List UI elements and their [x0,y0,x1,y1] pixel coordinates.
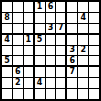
cell-r4c1-given-4[interactable]: 4 [2,35,12,45]
cell-r7c9-empty[interactable] [89,67,99,77]
cell-r2c1-given-8[interactable]: 8 [2,13,12,23]
cell-r1c2-empty[interactable] [13,2,23,12]
cell-r2c7-empty[interactable] [67,13,77,23]
cell-r8c5-empty[interactable] [46,78,56,88]
cell-r7c6-empty[interactable] [56,67,66,77]
cell-r9c8-empty[interactable] [78,89,88,99]
cell-r8c7-empty[interactable] [67,78,77,88]
cell-r5c3-empty[interactable] [24,46,34,56]
cell-r4c4-given-5[interactable]: 5 [35,35,45,45]
cell-r4c6-empty[interactable] [56,35,66,45]
cell-r2c4-empty[interactable] [35,13,45,23]
cell-r9c3-empty[interactable] [24,89,34,99]
cell-r2c9-empty[interactable] [89,13,99,23]
cell-r2c5-empty[interactable] [46,13,56,23]
cell-r4c9-empty[interactable] [89,35,99,45]
cell-r9c4-empty[interactable] [35,89,45,99]
cell-r9c7-empty[interactable] [67,89,77,99]
cell-r1c6-empty[interactable] [56,2,66,12]
cell-r1c3-empty[interactable] [24,2,34,12]
cell-r3c1-empty[interactable] [2,24,12,34]
cell-r7c7-given-7[interactable]: 7 [67,67,77,77]
cell-r7c4-empty[interactable] [35,67,45,77]
cell-r3c8-empty[interactable] [78,24,88,34]
cell-r6c7-given-6[interactable]: 6 [67,56,77,66]
cell-r6c3-empty[interactable] [24,56,34,66]
cell-r7c3-empty[interactable] [24,67,34,77]
cell-r4c3-given-1[interactable]: 1 [24,35,34,45]
cell-r6c8-empty[interactable] [78,56,88,66]
cell-r9c6-empty[interactable] [56,89,66,99]
cell-r7c8-empty[interactable] [78,67,88,77]
cell-r3c9-empty[interactable] [89,24,99,34]
cell-r2c8-given-4[interactable]: 4 [78,13,88,23]
cell-r6c1-given-5[interactable]: 5 [2,56,12,66]
cell-r6c4-empty[interactable] [35,56,45,66]
cell-r5c8-given-2[interactable]: 2 [78,46,88,56]
cell-r2c3-empty[interactable] [24,13,34,23]
cell-r9c9-empty[interactable] [89,89,99,99]
cell-r5c1-empty[interactable] [2,46,12,56]
cell-r8c6-empty[interactable] [56,78,66,88]
cell-r8c8-empty[interactable] [78,78,88,88]
cell-r5c7-given-3[interactable]: 3 [67,46,77,56]
sudoku-board: 16843741532566724 [0,0,101,101]
cell-r9c5-empty[interactable] [46,89,56,99]
cell-r4c8-empty[interactable] [78,35,88,45]
cell-r8c2-given-2[interactable]: 2 [13,78,23,88]
cell-r6c5-empty[interactable] [46,56,56,66]
cell-r7c2-given-6[interactable]: 6 [13,67,23,77]
cell-r1c4-given-1[interactable]: 1 [35,2,45,12]
cell-r8c4-given-4[interactable]: 4 [35,78,45,88]
cell-r3c4-empty[interactable] [35,24,45,34]
cell-r8c3-empty[interactable] [24,78,34,88]
cell-r1c5-given-6[interactable]: 6 [46,2,56,12]
cell-r3c5-given-3[interactable]: 3 [46,24,56,34]
cell-r1c8-empty[interactable] [78,2,88,12]
cell-r6c2-empty[interactable] [13,56,23,66]
cell-r3c6-given-7[interactable]: 7 [56,24,66,34]
cell-r2c6-empty[interactable] [56,13,66,23]
cell-r3c2-empty[interactable] [13,24,23,34]
cell-r8c9-empty[interactable] [89,78,99,88]
cell-r5c9-empty[interactable] [89,46,99,56]
cell-r5c5-empty[interactable] [46,46,56,56]
cell-r3c3-empty[interactable] [24,24,34,34]
cell-r4c5-empty[interactable] [46,35,56,45]
cell-r6c9-empty[interactable] [89,56,99,66]
cell-r5c4-empty[interactable] [35,46,45,56]
cell-r1c7-empty[interactable] [67,2,77,12]
cell-r7c5-empty[interactable] [46,67,56,77]
cell-r1c9-empty[interactable] [89,2,99,12]
cell-r9c2-empty[interactable] [13,89,23,99]
cell-r6c6-empty[interactable] [56,56,66,66]
cell-r2c2-empty[interactable] [13,13,23,23]
cell-r8c1-empty[interactable] [2,78,12,88]
cell-r4c2-empty[interactable] [13,35,23,45]
cell-r3c7-empty[interactable] [67,24,77,34]
cell-r9c1-empty[interactable] [2,89,12,99]
cell-r5c6-empty[interactable] [56,46,66,56]
cell-r1c1-empty[interactable] [2,2,12,12]
cell-r4c7-empty[interactable] [67,35,77,45]
cell-r7c1-empty[interactable] [2,67,12,77]
cell-r5c2-empty[interactable] [13,46,23,56]
